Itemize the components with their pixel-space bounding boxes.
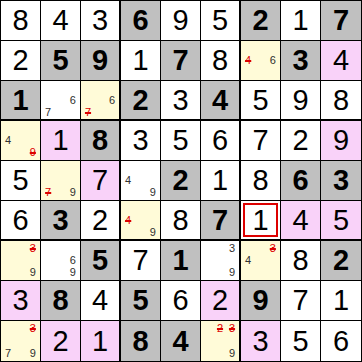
given-digit: 6	[132, 6, 148, 35]
cell-r5c8[interactable]: 6	[281, 161, 321, 201]
candidate-slot	[134, 214, 146, 226]
candidate-slot	[106, 106, 118, 118]
candidate-2-struck: 2	[214, 322, 226, 335]
candidate-grid: 39	[202, 242, 238, 279]
given-digit: 8	[92, 126, 108, 155]
placed-digit: 1	[52, 126, 68, 155]
candidate-9: 9	[67, 267, 79, 279]
cell-r4c1[interactable]: 49	[1, 121, 41, 161]
candidate-slot	[54, 162, 66, 174]
candidate-6: 6	[67, 94, 79, 106]
given-digit: 5	[132, 286, 148, 315]
cell-r2c9[interactable]: 4	[321, 41, 361, 81]
candidate-slot	[2, 242, 14, 254]
given-digit: 3	[52, 206, 68, 235]
cell-r8c2[interactable]: 8	[41, 281, 81, 321]
candidate-slot	[42, 254, 54, 266]
candidate-4: 4	[2, 134, 14, 146]
cell-r4c9[interactable]: 9	[321, 121, 361, 161]
candidate-slot	[2, 335, 14, 348]
cell-r1c6[interactable]: 5	[201, 1, 241, 41]
cell-r1c8[interactable]: 1	[281, 1, 321, 41]
cell-r8c1[interactable]: 3	[1, 281, 41, 321]
cell-r9c6[interactable]: 239	[201, 321, 241, 361]
candidate-slot	[147, 202, 159, 214]
candidate-grid: 49	[122, 162, 159, 199]
given-digit: 3	[333, 166, 349, 195]
cell-r5c3[interactable]: 7	[81, 161, 121, 201]
candidate-slot	[14, 335, 26, 348]
cell-r6c8[interactable]: 4	[281, 201, 321, 241]
given-digit: 8	[52, 286, 68, 315]
candidate-slot	[242, 242, 254, 254]
candidate-slot	[147, 174, 159, 186]
solved-digit: 7	[132, 246, 148, 275]
given-digit: 2	[132, 86, 148, 115]
candidate-9: 9	[147, 187, 159, 199]
cell-r9c4[interactable]: 8	[121, 321, 161, 361]
candidate-9: 9	[226, 347, 238, 360]
candidate-grid: 67	[42, 82, 79, 118]
candidate-grid: 39	[2, 242, 39, 279]
given-digit: 2	[172, 166, 188, 195]
candidate-slot	[134, 226, 146, 238]
candidate-grid: 79	[42, 162, 79, 199]
candidate-slot	[67, 82, 79, 94]
candidate-slot	[214, 347, 226, 360]
given-digit: 1	[172, 246, 188, 275]
cell-r9c7[interactable]: 3	[241, 321, 281, 361]
candidate-slot	[254, 54, 266, 66]
cell-r6c5[interactable]: 8	[161, 201, 201, 241]
cell-r6c2[interactable]: 3	[41, 201, 81, 241]
solved-digit: 1	[132, 46, 148, 75]
given-digit: 5	[92, 246, 108, 275]
solved-digit: 3	[132, 126, 148, 155]
cell-r1c5[interactable]: 9	[161, 1, 201, 41]
placed-digit: 3	[12, 286, 28, 315]
cell-r1c3[interactable]: 3	[81, 1, 121, 41]
candidate-slot	[254, 42, 266, 54]
candidate-slot	[242, 42, 254, 54]
candidate-slot	[134, 162, 146, 174]
candidate-6: 6	[67, 254, 79, 266]
cell-r1c7[interactable]: 2	[241, 1, 281, 41]
candidate-slot	[54, 82, 66, 94]
candidate-slot	[2, 267, 14, 279]
candidate-slot	[134, 187, 146, 199]
candidate-slot	[14, 242, 26, 254]
given-digit: 1	[12, 86, 28, 115]
candidate-9-struck: 9	[27, 147, 39, 159]
candidate-slot	[254, 67, 266, 79]
candidate-7-struck: 7	[82, 106, 94, 118]
candidate-slot	[14, 147, 26, 159]
candidate-slot	[122, 202, 134, 214]
candidate-slot	[254, 267, 266, 279]
candidate-slot	[94, 106, 106, 118]
cell-r5c5[interactable]: 2	[161, 161, 201, 201]
candidate-slot	[54, 187, 66, 199]
solved-digit: 4	[92, 286, 108, 315]
cell-r4c6[interactable]: 6	[201, 121, 241, 161]
candidate-slot	[94, 94, 106, 106]
candidate-slot	[202, 335, 214, 348]
given-digit: 4	[212, 86, 228, 115]
cell-r4c8[interactable]: 2	[281, 121, 321, 161]
candidate-9: 9	[226, 267, 238, 279]
solved-digit: 1	[333, 286, 349, 315]
candidate-slot	[27, 335, 39, 348]
placed-digit: 4	[292, 206, 308, 235]
given-digit: 8	[132, 327, 148, 356]
cell-r6c3[interactable]: 2	[81, 201, 121, 241]
solved-digit: 2	[12, 46, 28, 75]
cell-r5c2[interactable]: 79	[41, 161, 81, 201]
placed-digit: 2	[52, 327, 68, 356]
candidate-slot	[267, 267, 279, 279]
candidate-grid: 46	[242, 42, 279, 79]
cell-r7c9[interactable]: 2	[321, 241, 361, 281]
solved-digit: 7	[292, 286, 308, 315]
solved-digit: 8	[12, 6, 28, 35]
solved-digit: 9	[292, 86, 308, 115]
cell-r4c5[interactable]: 5	[161, 121, 201, 161]
candidate-slot	[242, 267, 254, 279]
candidate-slot	[42, 267, 54, 279]
cell-r5c1[interactable]: 5	[1, 161, 41, 201]
cell-r3c3[interactable]: 67	[81, 81, 121, 121]
cell-r3c7[interactable]: 5	[241, 81, 281, 121]
candidate-slot	[214, 267, 226, 279]
given-digit: 3	[292, 46, 308, 75]
candidate-grid: 69	[42, 242, 79, 279]
candidate-slot	[267, 67, 279, 79]
solved-digit: 3	[92, 6, 108, 35]
candidate-grid: 49	[2, 122, 39, 159]
candidate-slot	[67, 242, 79, 254]
candidate-4-struck: 4	[242, 54, 254, 66]
given-digit: 7	[172, 46, 188, 75]
solved-digit: 6	[172, 286, 188, 315]
solved-digit: 7	[252, 126, 268, 155]
cell-r1c2[interactable]: 4	[41, 1, 81, 41]
cell-r8c5[interactable]: 6	[161, 281, 201, 321]
candidate-slot	[2, 254, 14, 266]
candidate-grid: 34	[242, 242, 279, 279]
candidate-slot	[82, 94, 94, 106]
solved-digit: 5	[212, 6, 228, 35]
cell-r7c7[interactable]: 34	[241, 241, 281, 281]
cell-r1c9[interactable]: 7	[321, 1, 361, 41]
candidate-slot	[42, 82, 54, 94]
candidate-9: 9	[67, 187, 79, 199]
candidate-slot	[214, 254, 226, 266]
cell-r6c6[interactable]: 7	[201, 201, 241, 241]
candidate-slot	[42, 242, 54, 254]
candidate-slot	[147, 162, 159, 174]
cell-r1c1[interactable]: 8	[1, 1, 41, 41]
cell-r4c7[interactable]: 7	[241, 121, 281, 161]
cell-r7c8[interactable]: 8	[281, 241, 321, 281]
candidate-slot	[14, 134, 26, 146]
candidate-slot	[54, 242, 66, 254]
candidate-slot	[202, 242, 214, 254]
cell-r2c1[interactable]: 2	[1, 41, 41, 81]
candidate-slot	[134, 202, 146, 214]
candidate-slot	[14, 122, 26, 134]
candidate-slot	[54, 94, 66, 106]
cell-r9c3[interactable]: 1	[81, 321, 121, 361]
given-digit: 7	[333, 6, 349, 35]
candidate-slot	[14, 267, 26, 279]
given-digit: 6	[292, 166, 308, 195]
cell-r8c9[interactable]: 1	[321, 281, 361, 321]
candidate-slot	[42, 174, 54, 186]
solved-digit: 8	[333, 86, 349, 115]
cell-r2c2[interactable]: 5	[41, 41, 81, 81]
candidate-slot	[27, 122, 39, 134]
solved-digit: 9	[172, 6, 188, 35]
candidate-grid: 379	[2, 322, 39, 360]
candidate-slot	[214, 335, 226, 348]
cell-r6c9[interactable]: 5	[321, 201, 361, 241]
candidate-9: 9	[27, 347, 39, 360]
cell-r3c9[interactable]: 8	[321, 81, 361, 121]
candidate-grid: 67	[82, 82, 118, 118]
candidate-slot	[122, 162, 134, 174]
candidate-7-struck: 7	[42, 187, 54, 199]
cell-r2c5[interactable]: 7	[161, 41, 201, 81]
candidate-3-struck: 3	[27, 242, 39, 254]
candidate-slot	[27, 134, 39, 146]
candidate-slot	[202, 347, 214, 360]
cell-r5c6[interactable]: 1	[201, 161, 241, 201]
cell-r3c4[interactable]: 2	[121, 81, 161, 121]
solved-digit: 3	[172, 86, 188, 115]
candidate-slot	[202, 322, 214, 335]
candidate-slot	[106, 82, 118, 94]
candidate-slot	[226, 254, 238, 266]
cell-r4c4[interactable]: 3	[121, 121, 161, 161]
candidate-slot	[54, 267, 66, 279]
candidate-slot	[226, 335, 238, 348]
candidate-slot	[122, 187, 134, 199]
candidate-slot	[254, 242, 266, 254]
solved-digit: 8	[172, 206, 188, 235]
candidate-9: 9	[147, 226, 159, 238]
given-digit: 9	[252, 286, 268, 315]
cell-r5c4[interactable]: 49	[121, 161, 161, 201]
candidate-slot	[67, 174, 79, 186]
given-digit: 4	[172, 327, 188, 356]
candidate-slot	[67, 106, 79, 118]
candidate-6: 6	[106, 94, 118, 106]
candidate-slot	[14, 322, 26, 335]
cell-r3c2[interactable]: 67	[41, 81, 81, 121]
solved-digit: 5	[292, 327, 308, 356]
solved-digit: 1	[252, 206, 268, 235]
solved-digit: 4	[52, 6, 68, 35]
cell-r7c4[interactable]: 7	[121, 241, 161, 281]
cell-r5c7[interactable]: 8	[241, 161, 281, 201]
candidate-grid: 49	[122, 202, 159, 238]
cell-r9c9[interactable]: 6	[321, 321, 361, 361]
cell-r7c2[interactable]: 69	[41, 241, 81, 281]
candidate-slot	[54, 174, 66, 186]
cell-r6c1[interactable]: 6	[1, 201, 41, 241]
candidate-4: 4	[122, 174, 134, 186]
candidate-slot	[14, 347, 26, 360]
cell-r2c7[interactable]: 46	[241, 41, 281, 81]
candidate-6: 6	[267, 54, 279, 66]
solved-digit: 5	[252, 86, 268, 115]
cell-r9c5[interactable]: 4	[161, 321, 201, 361]
candidate-4: 4	[242, 254, 254, 266]
cell-r7c3[interactable]: 5	[81, 241, 121, 281]
cell-r9c1[interactable]: 379	[1, 321, 41, 361]
candidate-7: 7	[42, 106, 54, 118]
cell-r4c3[interactable]: 8	[81, 121, 121, 161]
cell-r5c9[interactable]: 3	[321, 161, 361, 201]
solved-digit: 2	[92, 206, 108, 235]
cell-r2c4[interactable]: 1	[121, 41, 161, 81]
candidate-7: 7	[2, 347, 14, 360]
sudoku-board: 8436952172591784634167672345984918356729…	[0, 0, 362, 362]
placed-digit: 5	[333, 206, 349, 235]
solved-digit: 5	[172, 126, 188, 155]
solved-digit: 8	[212, 46, 228, 75]
cell-r8c8[interactable]: 7	[281, 281, 321, 321]
cell-r3c6[interactable]: 4	[201, 81, 241, 121]
placed-digit: 3	[252, 327, 268, 356]
cell-r4c2[interactable]: 1	[41, 121, 81, 161]
cell-r3c1[interactable]: 1	[1, 81, 41, 121]
candidate-grid: 239	[202, 322, 238, 360]
candidate-3-struck: 3	[267, 242, 279, 254]
cell-r2c3[interactable]: 9	[81, 41, 121, 81]
cell-r9c8[interactable]: 5	[281, 321, 321, 361]
cell-r7c1[interactable]: 39	[1, 241, 41, 281]
solved-digit: 8	[252, 166, 268, 195]
given-digit: 7	[212, 206, 228, 235]
candidate-slot	[67, 162, 79, 174]
candidate-slot	[254, 254, 266, 266]
candidate-slot	[242, 67, 254, 79]
candidate-slot	[82, 82, 94, 94]
cell-r1c4[interactable]: 6	[121, 1, 161, 41]
solved-digit: 6	[212, 126, 228, 155]
given-digit: 5	[52, 46, 68, 75]
candidate-slot	[267, 254, 279, 266]
candidate-slot	[27, 254, 39, 266]
candidate-slot	[54, 254, 66, 266]
cell-r7c5[interactable]: 1	[161, 241, 201, 281]
placed-digit: 2	[212, 286, 228, 315]
candidate-slot	[134, 174, 146, 186]
candidate-slot	[214, 242, 226, 254]
cell-r9c2[interactable]: 2	[41, 321, 81, 361]
cell-r2c8[interactable]: 3	[281, 41, 321, 81]
cell-r8c3[interactable]: 4	[81, 281, 121, 321]
candidate-slot	[42, 94, 54, 106]
placed-digit: 7	[92, 166, 108, 195]
candidate-slot	[202, 267, 214, 279]
given-digit: 2	[333, 246, 349, 275]
cell-r8c7[interactable]: 9	[241, 281, 281, 321]
candidate-slot	[2, 147, 14, 159]
placed-digit: 4	[333, 46, 349, 75]
solved-digit: 6	[12, 206, 28, 235]
cell-r8c6[interactable]: 2	[201, 281, 241, 321]
candidate-slot	[2, 322, 14, 335]
cell-r6c7[interactable]: 1	[241, 201, 281, 241]
cell-r2c6[interactable]: 8	[201, 41, 241, 81]
candidate-slot	[54, 106, 66, 118]
cell-r3c5[interactable]: 3	[161, 81, 201, 121]
solved-digit: 8	[292, 246, 308, 275]
candidate-slot	[2, 122, 14, 134]
given-digit: 9	[92, 46, 108, 75]
solved-digit: 1	[292, 6, 308, 35]
solved-digit: 2	[292, 126, 308, 155]
candidate-slot	[94, 82, 106, 94]
placed-digit: 1	[92, 327, 108, 356]
cell-r6c4[interactable]: 49	[121, 201, 161, 241]
candidate-3-struck: 3	[27, 322, 39, 335]
solved-digit: 1	[212, 166, 228, 195]
candidate-slot	[122, 226, 134, 238]
cell-r3c8[interactable]: 9	[281, 81, 321, 121]
candidate-slot	[267, 42, 279, 54]
candidate-slot	[42, 162, 54, 174]
placed-digit: 9	[333, 126, 349, 155]
candidate-9: 9	[27, 267, 39, 279]
candidate-slot	[202, 254, 214, 266]
solved-digit: 6	[333, 327, 349, 356]
candidate-slot	[14, 254, 26, 266]
candidate-4-struck: 4	[122, 214, 134, 226]
cell-r8c4[interactable]: 5	[121, 281, 161, 321]
candidate-3-struck: 3	[226, 322, 238, 335]
candidate-slot	[147, 214, 159, 226]
solved-digit: 5	[12, 166, 28, 195]
given-digit: 2	[252, 6, 268, 35]
cell-r7c6[interactable]: 39	[201, 241, 241, 281]
candidate-3: 3	[226, 242, 238, 254]
